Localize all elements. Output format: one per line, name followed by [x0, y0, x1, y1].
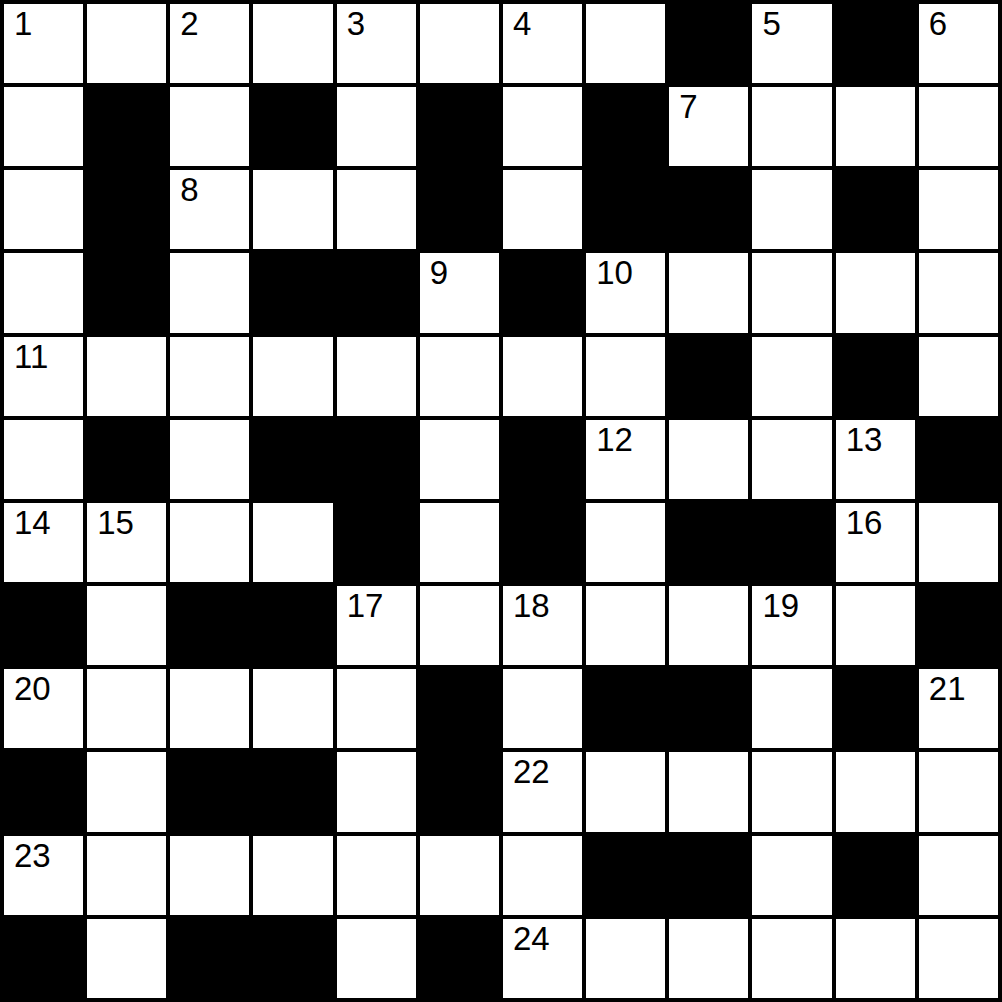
white-cell[interactable]: 7 [669, 87, 748, 166]
black-cell [253, 919, 332, 998]
white-cell[interactable]: 1 [4, 4, 83, 83]
black-cell [503, 253, 582, 332]
black-cell [919, 586, 998, 665]
black-cell [836, 337, 915, 416]
clue-number: 19 [762, 589, 799, 624]
white-cell[interactable] [919, 752, 998, 831]
black-cell [4, 919, 83, 998]
white-cell[interactable]: 13 [836, 420, 915, 499]
clue-number: 17 [347, 589, 384, 624]
white-cell[interactable] [836, 87, 915, 166]
white-cell[interactable] [836, 752, 915, 831]
white-cell[interactable] [4, 170, 83, 249]
white-cell[interactable]: 10 [586, 253, 665, 332]
clue-number: 1 [14, 7, 32, 42]
clue-number: 21 [929, 672, 966, 707]
white-cell[interactable]: 4 [503, 4, 582, 83]
black-cell [669, 836, 748, 915]
clue-number: 10 [596, 256, 633, 291]
white-cell[interactable] [836, 586, 915, 665]
white-cell[interactable] [752, 836, 831, 915]
white-cell[interactable]: 24 [503, 919, 582, 998]
white-cell[interactable] [420, 420, 499, 499]
black-cell [669, 503, 748, 582]
clue-number: 3 [347, 7, 365, 42]
black-cell [87, 170, 166, 249]
white-cell[interactable]: 9 [420, 253, 499, 332]
clue-number: 13 [846, 423, 883, 458]
clue-number: 14 [14, 506, 51, 541]
clue-number: 2 [180, 7, 198, 42]
white-cell[interactable] [919, 170, 998, 249]
white-cell[interactable] [503, 87, 582, 166]
white-cell[interactable] [170, 87, 249, 166]
black-cell [586, 836, 665, 915]
white-cell[interactable] [836, 253, 915, 332]
white-cell[interactable] [337, 836, 416, 915]
black-cell [669, 4, 748, 83]
white-cell[interactable]: 18 [503, 586, 582, 665]
black-cell [420, 919, 499, 998]
white-cell[interactable]: 16 [836, 503, 915, 582]
black-cell [586, 669, 665, 748]
black-cell [253, 87, 332, 166]
white-cell[interactable] [586, 4, 665, 83]
white-cell[interactable]: 5 [752, 4, 831, 83]
white-cell[interactable] [170, 253, 249, 332]
white-cell[interactable] [586, 752, 665, 831]
white-cell[interactable] [752, 752, 831, 831]
black-cell [669, 669, 748, 748]
white-cell[interactable] [503, 337, 582, 416]
black-cell [586, 87, 665, 166]
black-cell [4, 586, 83, 665]
black-cell [503, 420, 582, 499]
white-cell[interactable] [87, 4, 166, 83]
white-cell[interactable]: 2 [170, 4, 249, 83]
black-cell [253, 752, 332, 831]
black-cell [836, 4, 915, 83]
white-cell[interactable]: 23 [4, 836, 83, 915]
white-cell[interactable] [253, 170, 332, 249]
black-cell [503, 503, 582, 582]
white-cell[interactable] [87, 836, 166, 915]
white-cell[interactable] [919, 836, 998, 915]
black-cell [420, 669, 499, 748]
white-cell[interactable] [170, 836, 249, 915]
black-cell [170, 752, 249, 831]
black-cell [420, 170, 499, 249]
white-cell[interactable] [87, 337, 166, 416]
black-cell [4, 752, 83, 831]
white-cell[interactable] [669, 752, 748, 831]
black-cell [836, 170, 915, 249]
white-cell[interactable] [420, 503, 499, 582]
white-cell[interactable] [4, 253, 83, 332]
black-cell [87, 87, 166, 166]
white-cell[interactable] [420, 4, 499, 83]
clue-number: 6 [929, 7, 947, 42]
white-cell[interactable] [586, 337, 665, 416]
white-cell[interactable] [337, 87, 416, 166]
clue-number: 5 [762, 7, 780, 42]
white-cell[interactable] [919, 919, 998, 998]
clue-number: 12 [596, 423, 633, 458]
black-cell [87, 253, 166, 332]
white-cell[interactable] [503, 669, 582, 748]
black-cell [170, 919, 249, 998]
white-cell[interactable]: 20 [4, 669, 83, 748]
clue-number: 8 [180, 173, 198, 208]
crossword-grid: 123456789101112131415161718192021222324 [0, 0, 1002, 1002]
white-cell[interactable] [752, 420, 831, 499]
white-cell[interactable] [170, 669, 249, 748]
clue-number: 11 [14, 340, 48, 375]
white-cell[interactable] [503, 836, 582, 915]
white-cell[interactable] [337, 669, 416, 748]
black-cell [170, 586, 249, 665]
clue-number: 16 [846, 506, 883, 541]
black-cell [836, 669, 915, 748]
white-cell[interactable] [4, 87, 83, 166]
black-cell [253, 586, 332, 665]
white-cell[interactable] [170, 337, 249, 416]
white-cell[interactable] [337, 170, 416, 249]
white-cell[interactable] [503, 170, 582, 249]
white-cell[interactable] [337, 919, 416, 998]
white-cell[interactable] [420, 337, 499, 416]
white-cell[interactable] [919, 503, 998, 582]
white-cell[interactable] [253, 503, 332, 582]
white-cell[interactable] [87, 919, 166, 998]
clue-number: 24 [513, 922, 550, 957]
white-cell[interactable] [253, 836, 332, 915]
black-cell [253, 253, 332, 332]
white-cell[interactable] [669, 586, 748, 665]
white-cell[interactable]: 3 [337, 4, 416, 83]
clue-number: 18 [513, 589, 550, 624]
white-cell[interactable]: 12 [586, 420, 665, 499]
white-cell[interactable] [420, 586, 499, 665]
white-cell[interactable] [919, 87, 998, 166]
white-cell[interactable] [669, 253, 748, 332]
clue-number: 15 [97, 506, 134, 541]
white-cell[interactable] [420, 836, 499, 915]
white-cell[interactable] [170, 503, 249, 582]
black-cell [420, 87, 499, 166]
white-cell[interactable] [752, 669, 831, 748]
white-cell[interactable] [836, 919, 915, 998]
white-cell[interactable] [919, 253, 998, 332]
clue-number: 9 [430, 256, 448, 291]
white-cell[interactable]: 22 [503, 752, 582, 831]
white-cell[interactable]: 19 [752, 586, 831, 665]
white-cell[interactable] [752, 87, 831, 166]
white-cell[interactable] [586, 503, 665, 582]
black-cell [337, 420, 416, 499]
white-cell[interactable] [752, 919, 831, 998]
clue-number: 7 [679, 90, 697, 125]
clue-number: 23 [14, 839, 51, 874]
black-cell [836, 836, 915, 915]
white-cell[interactable] [337, 337, 416, 416]
black-cell [752, 503, 831, 582]
white-cell[interactable] [337, 752, 416, 831]
white-cell[interactable] [919, 337, 998, 416]
white-cell[interactable] [752, 253, 831, 332]
black-cell [253, 420, 332, 499]
white-cell[interactable] [586, 919, 665, 998]
black-cell [420, 752, 499, 831]
black-cell [669, 337, 748, 416]
white-cell[interactable] [4, 420, 83, 499]
clue-number: 4 [513, 7, 531, 42]
white-cell[interactable] [87, 669, 166, 748]
black-cell [586, 170, 665, 249]
black-cell [337, 503, 416, 582]
white-cell[interactable] [87, 752, 166, 831]
white-cell[interactable]: 17 [337, 586, 416, 665]
white-cell[interactable] [752, 337, 831, 416]
white-cell[interactable] [752, 170, 831, 249]
white-cell[interactable]: 21 [919, 669, 998, 748]
black-cell [669, 170, 748, 249]
white-cell[interactable]: 8 [170, 170, 249, 249]
white-cell[interactable] [87, 586, 166, 665]
white-cell[interactable] [170, 420, 249, 499]
clue-number: 22 [513, 755, 550, 790]
white-cell[interactable] [253, 669, 332, 748]
white-cell[interactable]: 11 [4, 337, 83, 416]
white-cell[interactable] [669, 919, 748, 998]
white-cell[interactable] [253, 337, 332, 416]
black-cell [919, 420, 998, 499]
white-cell[interactable]: 15 [87, 503, 166, 582]
crossword-board: 123456789101112131415161718192021222324 [0, 0, 1002, 1002]
clue-number: 20 [14, 672, 51, 707]
white-cell[interactable] [669, 420, 748, 499]
white-cell[interactable]: 14 [4, 503, 83, 582]
white-cell[interactable] [253, 4, 332, 83]
white-cell[interactable]: 6 [919, 4, 998, 83]
white-cell[interactable] [586, 586, 665, 665]
black-cell [337, 253, 416, 332]
black-cell [87, 420, 166, 499]
